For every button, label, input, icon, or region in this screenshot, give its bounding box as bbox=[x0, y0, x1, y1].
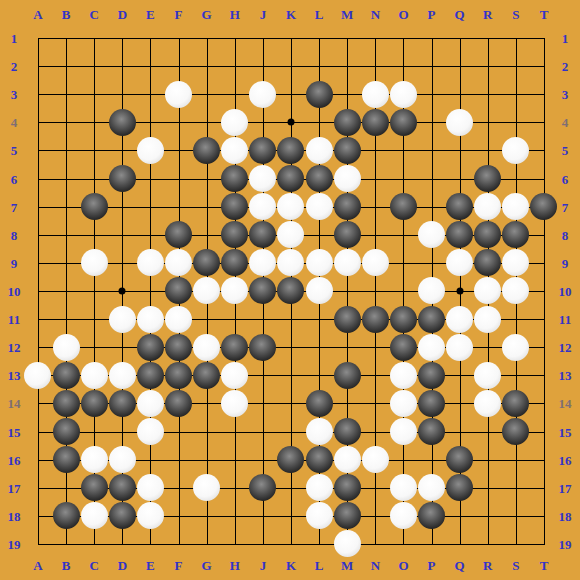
intersection-K3[interactable] bbox=[277, 80, 305, 108]
intersection-B4[interactable] bbox=[52, 108, 80, 136]
black-stone-M5[interactable] bbox=[334, 137, 361, 164]
intersection-L10[interactable] bbox=[305, 277, 333, 305]
intersection-G18[interactable] bbox=[193, 502, 221, 530]
black-stone-P18[interactable] bbox=[418, 502, 445, 529]
black-stone-H6[interactable] bbox=[221, 165, 248, 192]
intersection-D3[interactable] bbox=[108, 80, 136, 108]
white-stone-N3[interactable] bbox=[362, 81, 389, 108]
intersection-L14[interactable] bbox=[305, 389, 333, 417]
intersection-F8[interactable] bbox=[164, 221, 192, 249]
intersection-J7[interactable] bbox=[249, 193, 277, 221]
intersection-G8[interactable] bbox=[193, 221, 221, 249]
intersection-T18[interactable] bbox=[530, 502, 558, 530]
white-stone-F11[interactable] bbox=[165, 306, 192, 333]
intersection-D2[interactable] bbox=[108, 52, 136, 80]
intersection-H2[interactable] bbox=[221, 52, 249, 80]
intersection-S4[interactable] bbox=[502, 108, 530, 136]
intersection-T13[interactable] bbox=[530, 361, 558, 389]
black-stone-J17[interactable] bbox=[249, 474, 276, 501]
intersection-H4[interactable] bbox=[221, 108, 249, 136]
intersection-A1[interactable] bbox=[24, 24, 52, 52]
white-stone-H14[interactable] bbox=[221, 390, 248, 417]
intersection-C12[interactable] bbox=[80, 333, 108, 361]
intersection-N18[interactable] bbox=[361, 502, 389, 530]
intersection-C19[interactable] bbox=[80, 530, 108, 558]
white-stone-K9[interactable] bbox=[277, 249, 304, 276]
intersection-S2[interactable] bbox=[502, 52, 530, 80]
intersection-O13[interactable] bbox=[389, 361, 417, 389]
black-stone-E13[interactable] bbox=[137, 362, 164, 389]
intersection-F13[interactable] bbox=[164, 361, 192, 389]
intersection-M6[interactable] bbox=[333, 164, 361, 192]
intersection-L16[interactable] bbox=[305, 446, 333, 474]
black-stone-F10[interactable] bbox=[165, 277, 192, 304]
intersection-H17[interactable] bbox=[221, 474, 249, 502]
intersection-E11[interactable] bbox=[136, 305, 164, 333]
black-stone-R8[interactable] bbox=[474, 221, 501, 248]
intersection-P12[interactable] bbox=[417, 333, 445, 361]
white-stone-H10[interactable] bbox=[221, 277, 248, 304]
intersection-G16[interactable] bbox=[193, 446, 221, 474]
intersection-D8[interactable] bbox=[108, 221, 136, 249]
intersection-N15[interactable] bbox=[361, 417, 389, 445]
intersection-P19[interactable] bbox=[417, 530, 445, 558]
intersection-G17[interactable] bbox=[193, 474, 221, 502]
intersection-C6[interactable] bbox=[80, 164, 108, 192]
intersection-S17[interactable] bbox=[502, 474, 530, 502]
white-stone-O14[interactable] bbox=[390, 390, 417, 417]
intersection-O6[interactable] bbox=[389, 164, 417, 192]
intersection-B3[interactable] bbox=[52, 80, 80, 108]
intersection-S6[interactable] bbox=[502, 164, 530, 192]
intersection-E17[interactable] bbox=[136, 474, 164, 502]
intersection-A15[interactable] bbox=[24, 417, 52, 445]
intersection-B1[interactable] bbox=[52, 24, 80, 52]
intersection-Q9[interactable] bbox=[446, 249, 474, 277]
intersection-Q11[interactable] bbox=[446, 305, 474, 333]
intersection-M18[interactable] bbox=[333, 502, 361, 530]
white-stone-D16[interactable] bbox=[109, 446, 136, 473]
black-stone-S8[interactable] bbox=[502, 221, 529, 248]
intersection-G11[interactable] bbox=[193, 305, 221, 333]
white-stone-L5[interactable] bbox=[306, 137, 333, 164]
intersection-B18[interactable] bbox=[52, 502, 80, 530]
white-stone-S9[interactable] bbox=[502, 249, 529, 276]
intersection-N9[interactable] bbox=[361, 249, 389, 277]
intersection-R14[interactable] bbox=[474, 389, 502, 417]
intersection-T4[interactable] bbox=[530, 108, 558, 136]
intersection-F19[interactable] bbox=[164, 530, 192, 558]
intersection-C18[interactable] bbox=[80, 502, 108, 530]
intersection-M9[interactable] bbox=[333, 249, 361, 277]
black-stone-S14[interactable] bbox=[502, 390, 529, 417]
white-stone-R10[interactable] bbox=[474, 277, 501, 304]
intersection-D6[interactable] bbox=[108, 164, 136, 192]
intersection-M16[interactable] bbox=[333, 446, 361, 474]
intersection-P5[interactable] bbox=[417, 136, 445, 164]
intersection-F11[interactable] bbox=[164, 305, 192, 333]
intersection-O18[interactable] bbox=[389, 502, 417, 530]
black-stone-B13[interactable] bbox=[53, 362, 80, 389]
intersection-O7[interactable] bbox=[389, 193, 417, 221]
white-stone-Q9[interactable] bbox=[446, 249, 473, 276]
intersection-C8[interactable] bbox=[80, 221, 108, 249]
intersection-T12[interactable] bbox=[530, 333, 558, 361]
white-stone-M16[interactable] bbox=[334, 446, 361, 473]
intersection-H1[interactable] bbox=[221, 24, 249, 52]
intersection-R18[interactable] bbox=[474, 502, 502, 530]
intersection-P3[interactable] bbox=[417, 80, 445, 108]
intersection-R10[interactable] bbox=[474, 277, 502, 305]
black-stone-D6[interactable] bbox=[109, 165, 136, 192]
intersection-S12[interactable] bbox=[502, 333, 530, 361]
white-stone-B12[interactable] bbox=[53, 334, 80, 361]
intersection-F9[interactable] bbox=[164, 249, 192, 277]
intersection-M17[interactable] bbox=[333, 474, 361, 502]
intersection-Q7[interactable] bbox=[446, 193, 474, 221]
black-stone-F12[interactable] bbox=[165, 334, 192, 361]
intersection-B9[interactable] bbox=[52, 249, 80, 277]
intersection-T2[interactable] bbox=[530, 52, 558, 80]
white-stone-E15[interactable] bbox=[137, 418, 164, 445]
intersection-N7[interactable] bbox=[361, 193, 389, 221]
intersection-N16[interactable] bbox=[361, 446, 389, 474]
intersection-E9[interactable] bbox=[136, 249, 164, 277]
intersection-S5[interactable] bbox=[502, 136, 530, 164]
intersection-K1[interactable] bbox=[277, 24, 305, 52]
intersection-P4[interactable] bbox=[417, 108, 445, 136]
intersection-E6[interactable] bbox=[136, 164, 164, 192]
intersection-L2[interactable] bbox=[305, 52, 333, 80]
black-stone-D17[interactable] bbox=[109, 474, 136, 501]
intersection-R1[interactable] bbox=[474, 24, 502, 52]
intersection-B10[interactable] bbox=[52, 277, 80, 305]
white-stone-E5[interactable] bbox=[137, 137, 164, 164]
intersection-S10[interactable] bbox=[502, 277, 530, 305]
intersection-C4[interactable] bbox=[80, 108, 108, 136]
white-stone-Q11[interactable] bbox=[446, 306, 473, 333]
intersection-T6[interactable] bbox=[530, 164, 558, 192]
intersection-H10[interactable] bbox=[221, 277, 249, 305]
intersection-C9[interactable] bbox=[80, 249, 108, 277]
intersection-C1[interactable] bbox=[80, 24, 108, 52]
white-stone-C9[interactable] bbox=[81, 249, 108, 276]
intersection-P8[interactable] bbox=[417, 221, 445, 249]
white-stone-E14[interactable] bbox=[137, 390, 164, 417]
intersection-K13[interactable] bbox=[277, 361, 305, 389]
intersection-K15[interactable] bbox=[277, 417, 305, 445]
black-stone-B15[interactable] bbox=[53, 418, 80, 445]
white-stone-J3[interactable] bbox=[249, 81, 276, 108]
intersection-E10[interactable] bbox=[136, 277, 164, 305]
intersection-B7[interactable] bbox=[52, 193, 80, 221]
intersection-K5[interactable] bbox=[277, 136, 305, 164]
intersection-D11[interactable] bbox=[108, 305, 136, 333]
intersection-Q3[interactable] bbox=[446, 80, 474, 108]
intersection-C5[interactable] bbox=[80, 136, 108, 164]
black-stone-O11[interactable] bbox=[390, 306, 417, 333]
white-stone-P12[interactable] bbox=[418, 334, 445, 361]
intersection-P6[interactable] bbox=[417, 164, 445, 192]
intersection-G14[interactable] bbox=[193, 389, 221, 417]
intersection-K8[interactable] bbox=[277, 221, 305, 249]
intersection-R4[interactable] bbox=[474, 108, 502, 136]
intersection-C15[interactable] bbox=[80, 417, 108, 445]
intersection-M12[interactable] bbox=[333, 333, 361, 361]
intersection-C16[interactable] bbox=[80, 446, 108, 474]
intersection-R16[interactable] bbox=[474, 446, 502, 474]
intersection-A3[interactable] bbox=[24, 80, 52, 108]
intersection-F1[interactable] bbox=[164, 24, 192, 52]
black-stone-O4[interactable] bbox=[390, 109, 417, 136]
intersection-B12[interactable] bbox=[52, 333, 80, 361]
intersection-M3[interactable] bbox=[333, 80, 361, 108]
intersection-O10[interactable] bbox=[389, 277, 417, 305]
black-stone-N11[interactable] bbox=[362, 306, 389, 333]
intersection-K17[interactable] bbox=[277, 474, 305, 502]
intersection-L11[interactable] bbox=[305, 305, 333, 333]
white-stone-L17[interactable] bbox=[306, 474, 333, 501]
intersection-K16[interactable] bbox=[277, 446, 305, 474]
intersection-G2[interactable] bbox=[193, 52, 221, 80]
intersection-M14[interactable] bbox=[333, 389, 361, 417]
black-stone-L3[interactable] bbox=[306, 81, 333, 108]
intersection-T19[interactable] bbox=[530, 530, 558, 558]
white-stone-O18[interactable] bbox=[390, 502, 417, 529]
intersection-O5[interactable] bbox=[389, 136, 417, 164]
white-stone-K8[interactable] bbox=[277, 221, 304, 248]
intersection-F6[interactable] bbox=[164, 164, 192, 192]
intersection-P11[interactable] bbox=[417, 305, 445, 333]
white-stone-Q12[interactable] bbox=[446, 334, 473, 361]
black-stone-P14[interactable] bbox=[418, 390, 445, 417]
black-stone-B18[interactable] bbox=[53, 502, 80, 529]
black-stone-D14[interactable] bbox=[109, 390, 136, 417]
intersection-N4[interactable] bbox=[361, 108, 389, 136]
black-stone-Q16[interactable] bbox=[446, 446, 473, 473]
intersection-H3[interactable] bbox=[221, 80, 249, 108]
intersection-R11[interactable] bbox=[474, 305, 502, 333]
intersection-K14[interactable] bbox=[277, 389, 305, 417]
intersection-G9[interactable] bbox=[193, 249, 221, 277]
white-stone-S10[interactable] bbox=[502, 277, 529, 304]
intersection-A10[interactable] bbox=[24, 277, 52, 305]
intersection-H8[interactable] bbox=[221, 221, 249, 249]
intersection-Q4[interactable] bbox=[446, 108, 474, 136]
white-stone-P17[interactable] bbox=[418, 474, 445, 501]
intersection-T8[interactable] bbox=[530, 221, 558, 249]
intersection-M2[interactable] bbox=[333, 52, 361, 80]
intersection-A17[interactable] bbox=[24, 474, 52, 502]
white-stone-C18[interactable] bbox=[81, 502, 108, 529]
intersection-D17[interactable] bbox=[108, 474, 136, 502]
intersection-C3[interactable] bbox=[80, 80, 108, 108]
intersection-D16[interactable] bbox=[108, 446, 136, 474]
intersection-S18[interactable] bbox=[502, 502, 530, 530]
intersection-H6[interactable] bbox=[221, 164, 249, 192]
intersection-R5[interactable] bbox=[474, 136, 502, 164]
intersection-M15[interactable] bbox=[333, 417, 361, 445]
intersection-J5[interactable] bbox=[249, 136, 277, 164]
black-stone-S15[interactable] bbox=[502, 418, 529, 445]
intersection-J11[interactable] bbox=[249, 305, 277, 333]
white-stone-K7[interactable] bbox=[277, 193, 304, 220]
intersection-A12[interactable] bbox=[24, 333, 52, 361]
intersection-L17[interactable] bbox=[305, 474, 333, 502]
intersection-A8[interactable] bbox=[24, 221, 52, 249]
intersection-H14[interactable] bbox=[221, 389, 249, 417]
black-stone-R9[interactable] bbox=[474, 249, 501, 276]
intersection-N3[interactable] bbox=[361, 80, 389, 108]
intersection-E15[interactable] bbox=[136, 417, 164, 445]
intersection-Q14[interactable] bbox=[446, 389, 474, 417]
intersection-N12[interactable] bbox=[361, 333, 389, 361]
white-stone-M19[interactable] bbox=[334, 530, 361, 557]
intersection-N19[interactable] bbox=[361, 530, 389, 558]
white-stone-L18[interactable] bbox=[306, 502, 333, 529]
black-stone-H7[interactable] bbox=[221, 193, 248, 220]
intersection-B8[interactable] bbox=[52, 221, 80, 249]
intersection-F5[interactable] bbox=[164, 136, 192, 164]
intersection-D13[interactable] bbox=[108, 361, 136, 389]
intersection-K19[interactable] bbox=[277, 530, 305, 558]
black-stone-Q17[interactable] bbox=[446, 474, 473, 501]
intersection-G6[interactable] bbox=[193, 164, 221, 192]
intersection-N11[interactable] bbox=[361, 305, 389, 333]
black-stone-G13[interactable] bbox=[193, 362, 220, 389]
intersection-N17[interactable] bbox=[361, 474, 389, 502]
intersection-L18[interactable] bbox=[305, 502, 333, 530]
black-stone-C17[interactable] bbox=[81, 474, 108, 501]
intersection-H11[interactable] bbox=[221, 305, 249, 333]
intersection-S15[interactable] bbox=[502, 417, 530, 445]
intersection-N13[interactable] bbox=[361, 361, 389, 389]
black-stone-F13[interactable] bbox=[165, 362, 192, 389]
intersection-J6[interactable] bbox=[249, 164, 277, 192]
intersection-O11[interactable] bbox=[389, 305, 417, 333]
white-stone-P8[interactable] bbox=[418, 221, 445, 248]
black-stone-M4[interactable] bbox=[334, 109, 361, 136]
intersection-C11[interactable] bbox=[80, 305, 108, 333]
white-stone-M9[interactable] bbox=[334, 249, 361, 276]
intersection-O15[interactable] bbox=[389, 417, 417, 445]
intersection-A9[interactable] bbox=[24, 249, 52, 277]
intersection-T1[interactable] bbox=[530, 24, 558, 52]
intersection-N1[interactable] bbox=[361, 24, 389, 52]
intersection-T11[interactable] bbox=[530, 305, 558, 333]
black-stone-M13[interactable] bbox=[334, 362, 361, 389]
intersection-N10[interactable] bbox=[361, 277, 389, 305]
intersection-J17[interactable] bbox=[249, 474, 277, 502]
intersection-E18[interactable] bbox=[136, 502, 164, 530]
black-stone-G9[interactable] bbox=[193, 249, 220, 276]
intersection-F12[interactable] bbox=[164, 333, 192, 361]
white-stone-E11[interactable] bbox=[137, 306, 164, 333]
black-stone-L14[interactable] bbox=[306, 390, 333, 417]
intersection-A19[interactable] bbox=[24, 530, 52, 558]
intersection-R3[interactable] bbox=[474, 80, 502, 108]
intersection-L12[interactable] bbox=[305, 333, 333, 361]
intersection-Q10[interactable] bbox=[446, 277, 474, 305]
intersection-E16[interactable] bbox=[136, 446, 164, 474]
intersection-K6[interactable] bbox=[277, 164, 305, 192]
white-stone-H13[interactable] bbox=[221, 362, 248, 389]
intersection-S19[interactable] bbox=[502, 530, 530, 558]
intersection-L15[interactable] bbox=[305, 417, 333, 445]
white-stone-L10[interactable] bbox=[306, 277, 333, 304]
intersection-P15[interactable] bbox=[417, 417, 445, 445]
intersection-G3[interactable] bbox=[193, 80, 221, 108]
white-stone-E18[interactable] bbox=[137, 502, 164, 529]
white-stone-N16[interactable] bbox=[362, 446, 389, 473]
intersection-D14[interactable] bbox=[108, 389, 136, 417]
black-stone-M8[interactable] bbox=[334, 221, 361, 248]
intersection-H12[interactable] bbox=[221, 333, 249, 361]
intersection-R6[interactable] bbox=[474, 164, 502, 192]
black-stone-J10[interactable] bbox=[249, 277, 276, 304]
intersection-M7[interactable] bbox=[333, 193, 361, 221]
black-stone-O7[interactable] bbox=[390, 193, 417, 220]
intersection-O17[interactable] bbox=[389, 474, 417, 502]
intersection-P10[interactable] bbox=[417, 277, 445, 305]
intersection-H7[interactable] bbox=[221, 193, 249, 221]
white-stone-H5[interactable] bbox=[221, 137, 248, 164]
intersection-E19[interactable] bbox=[136, 530, 164, 558]
white-stone-C13[interactable] bbox=[81, 362, 108, 389]
intersection-J19[interactable] bbox=[249, 530, 277, 558]
intersection-G12[interactable] bbox=[193, 333, 221, 361]
intersection-Q5[interactable] bbox=[446, 136, 474, 164]
intersection-T5[interactable] bbox=[530, 136, 558, 164]
intersection-S13[interactable] bbox=[502, 361, 530, 389]
intersection-Q16[interactable] bbox=[446, 446, 474, 474]
white-stone-E17[interactable] bbox=[137, 474, 164, 501]
intersection-M4[interactable] bbox=[333, 108, 361, 136]
intersection-D9[interactable] bbox=[108, 249, 136, 277]
intersection-D18[interactable] bbox=[108, 502, 136, 530]
intersection-S1[interactable] bbox=[502, 24, 530, 52]
intersection-O8[interactable] bbox=[389, 221, 417, 249]
intersection-A14[interactable] bbox=[24, 389, 52, 417]
black-stone-K5[interactable] bbox=[277, 137, 304, 164]
intersection-F14[interactable] bbox=[164, 389, 192, 417]
white-stone-D13[interactable] bbox=[109, 362, 136, 389]
black-stone-M7[interactable] bbox=[334, 193, 361, 220]
black-stone-L16[interactable] bbox=[306, 446, 333, 473]
intersection-G10[interactable] bbox=[193, 277, 221, 305]
intersection-O19[interactable] bbox=[389, 530, 417, 558]
intersection-K2[interactable] bbox=[277, 52, 305, 80]
intersection-F18[interactable] bbox=[164, 502, 192, 530]
intersection-E3[interactable] bbox=[136, 80, 164, 108]
intersection-A2[interactable] bbox=[24, 52, 52, 80]
intersection-Q17[interactable] bbox=[446, 474, 474, 502]
white-stone-F9[interactable] bbox=[165, 249, 192, 276]
white-stone-O3[interactable] bbox=[390, 81, 417, 108]
intersection-J18[interactable] bbox=[249, 502, 277, 530]
intersection-L5[interactable] bbox=[305, 136, 333, 164]
black-stone-C7[interactable] bbox=[81, 193, 108, 220]
white-stone-L9[interactable] bbox=[306, 249, 333, 276]
intersection-P7[interactable] bbox=[417, 193, 445, 221]
intersection-T7[interactable] bbox=[530, 193, 558, 221]
intersection-O4[interactable] bbox=[389, 108, 417, 136]
black-stone-B14[interactable] bbox=[53, 390, 80, 417]
black-stone-J5[interactable] bbox=[249, 137, 276, 164]
white-stone-F3[interactable] bbox=[165, 81, 192, 108]
white-stone-J9[interactable] bbox=[249, 249, 276, 276]
intersection-Q2[interactable] bbox=[446, 52, 474, 80]
